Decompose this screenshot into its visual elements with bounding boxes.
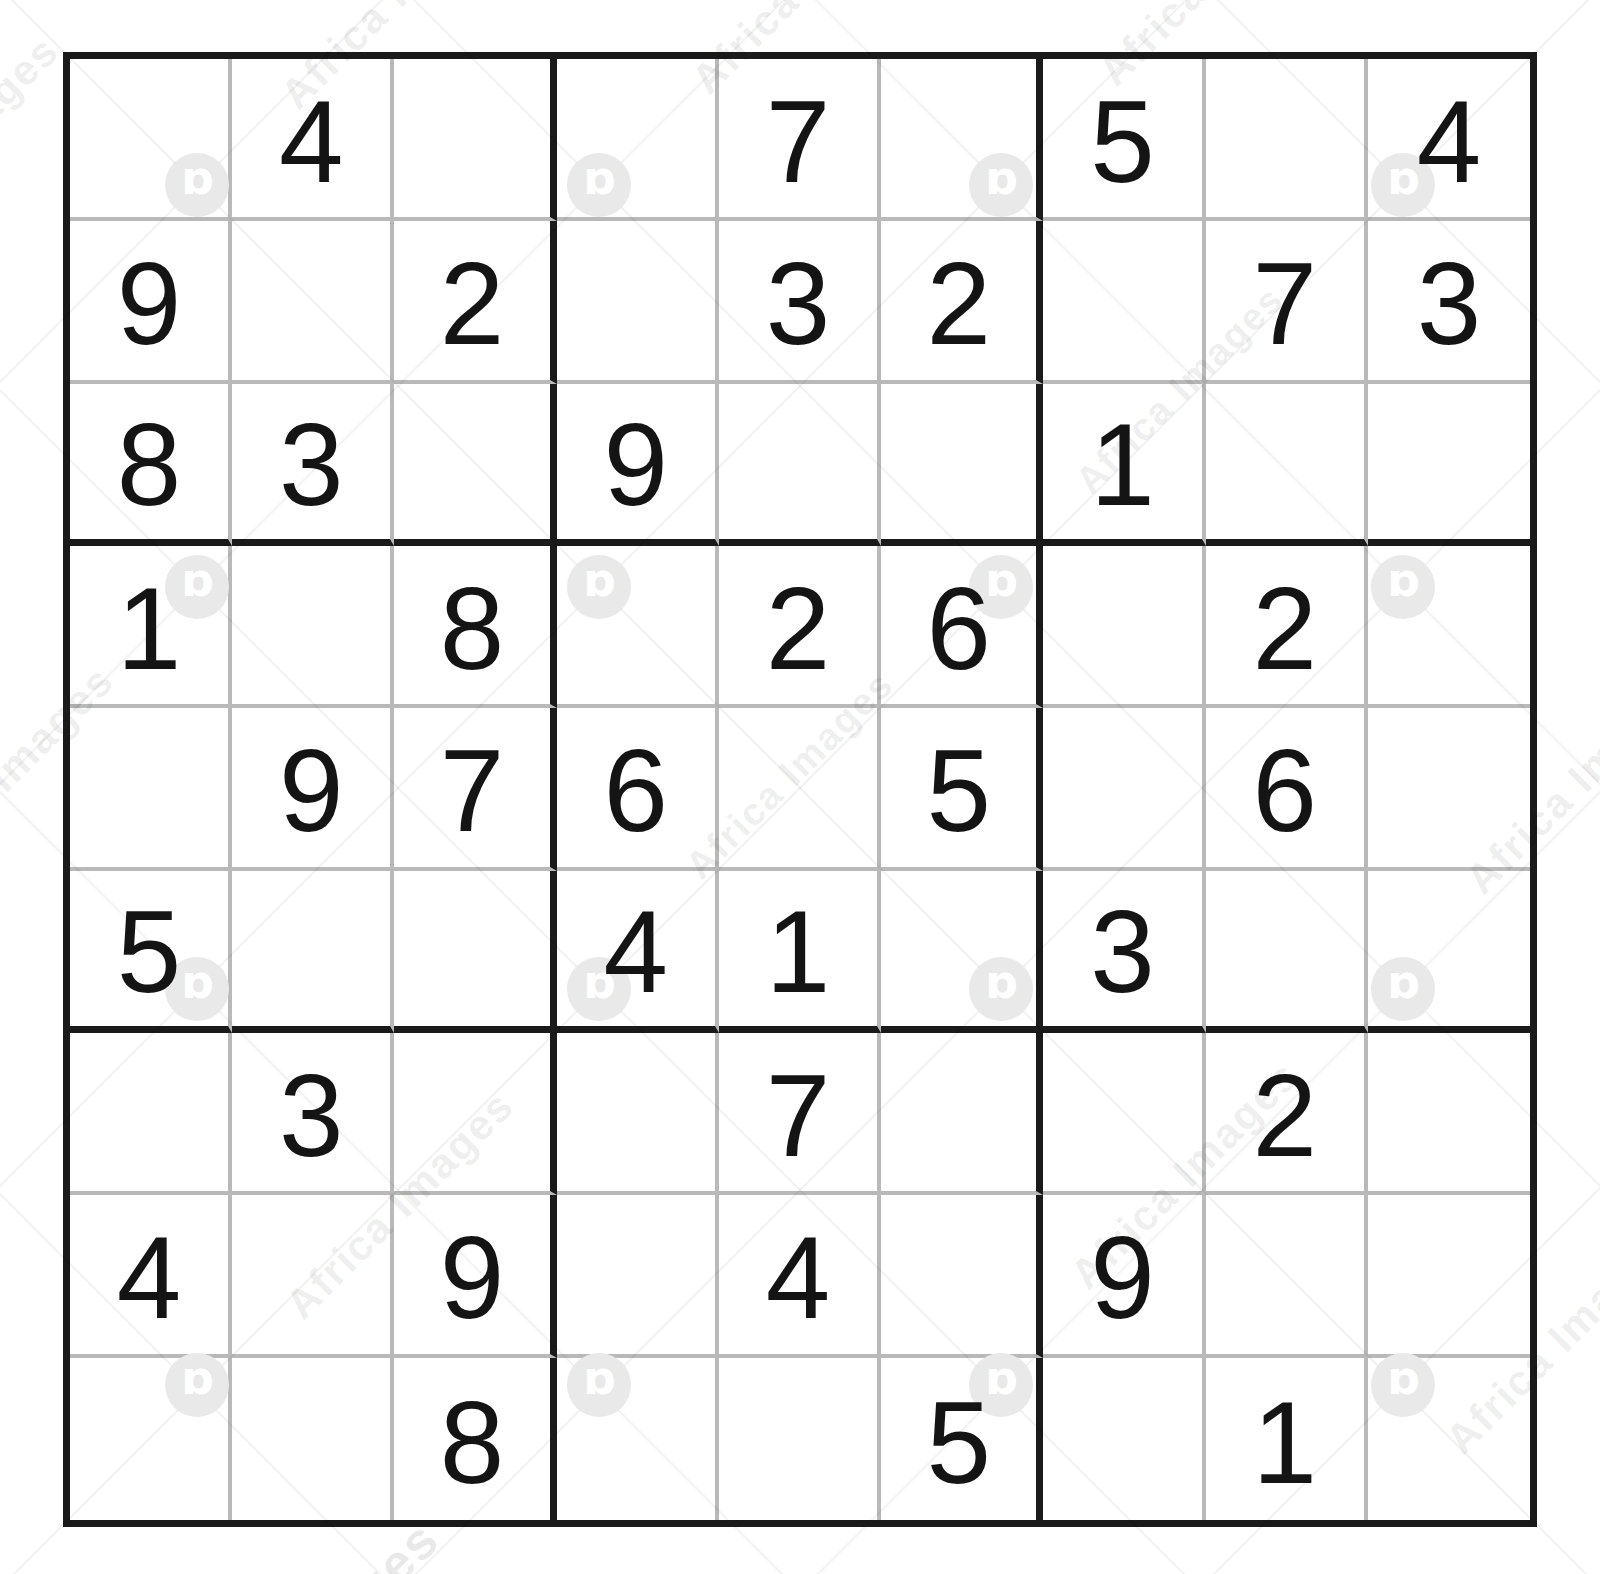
cell-r9c3[interactable]: 8 — [394, 1358, 556, 1520]
cell-r2c6[interactable]: 2 — [881, 221, 1043, 383]
cell-r7c6[interactable] — [881, 1033, 1043, 1195]
cell-r3c1[interactable]: 8 — [70, 384, 232, 546]
cell-r7c7[interactable] — [1043, 1033, 1205, 1195]
cell-r4c7[interactable] — [1043, 546, 1205, 708]
digit: 7 — [766, 76, 831, 200]
cell-r3c5[interactable] — [719, 384, 881, 546]
cell-r8c5[interactable]: 4 — [719, 1195, 881, 1357]
cell-r6c2[interactable] — [232, 871, 394, 1033]
digit: 2 — [1252, 563, 1317, 687]
cell-r2c4[interactable] — [557, 221, 719, 383]
cell-r7c8[interactable]: 2 — [1206, 1033, 1368, 1195]
cell-r7c3[interactable] — [394, 1033, 556, 1195]
cell-r1c5[interactable]: 7 — [719, 59, 881, 221]
digit: 4 — [604, 886, 669, 1010]
cell-r8c3[interactable]: 9 — [394, 1195, 556, 1357]
cell-r5c6[interactable]: 5 — [881, 708, 1043, 870]
cell-r4c8[interactable]: 2 — [1206, 546, 1368, 708]
cell-r6c5[interactable]: 1 — [719, 871, 881, 1033]
cell-r6c9[interactable] — [1368, 871, 1530, 1033]
digit: 5 — [926, 1377, 991, 1501]
digit: 2 — [440, 238, 505, 362]
digit: 8 — [440, 563, 505, 687]
digit: 3 — [1417, 238, 1482, 362]
watermark-brand-text: Africa Images — [0, 26, 69, 273]
cell-r3c8[interactable] — [1206, 384, 1368, 546]
cell-r3c2[interactable]: 3 — [232, 384, 394, 546]
cell-r4c3[interactable]: 8 — [394, 546, 556, 708]
cell-r3c9[interactable] — [1368, 384, 1530, 546]
cell-r4c2[interactable] — [232, 546, 394, 708]
digit: 1 — [1090, 399, 1155, 523]
cell-r2c8[interactable]: 7 — [1206, 221, 1368, 383]
cell-r5c9[interactable] — [1368, 708, 1530, 870]
digit: 9 — [117, 238, 182, 362]
cell-r7c5[interactable]: 7 — [719, 1033, 881, 1195]
cell-r2c2[interactable] — [232, 221, 394, 383]
digit: 6 — [926, 563, 991, 687]
digit: 2 — [1252, 1050, 1317, 1174]
digit: 1 — [117, 563, 182, 687]
cell-r3c6[interactable] — [881, 384, 1043, 546]
digit: 4 — [117, 1212, 182, 1336]
cell-r6c7[interactable]: 3 — [1043, 871, 1205, 1033]
cell-r2c3[interactable]: 2 — [394, 221, 556, 383]
digit: 7 — [766, 1050, 831, 1174]
digit: 3 — [279, 399, 344, 523]
cell-r9c4[interactable] — [557, 1358, 719, 1520]
digit: 2 — [766, 563, 831, 687]
cell-r8c7[interactable]: 9 — [1043, 1195, 1205, 1357]
cell-r7c9[interactable] — [1368, 1033, 1530, 1195]
cell-r2c5[interactable]: 3 — [719, 221, 881, 383]
digit: 3 — [766, 238, 831, 362]
cell-r6c6[interactable] — [881, 871, 1043, 1033]
cell-r4c9[interactable] — [1368, 546, 1530, 708]
cell-r8c4[interactable] — [557, 1195, 719, 1357]
digit: 4 — [766, 1212, 831, 1336]
cell-r1c3[interactable] — [394, 59, 556, 221]
digit: 8 — [117, 399, 182, 523]
cell-r1c7[interactable]: 5 — [1043, 59, 1205, 221]
digit: 5 — [926, 725, 991, 849]
cell-r8c2[interactable] — [232, 1195, 394, 1357]
cell-r9c5[interactable] — [719, 1358, 881, 1520]
cell-r5c1[interactable] — [70, 708, 232, 870]
cell-r9c8[interactable]: 1 — [1206, 1358, 1368, 1520]
cell-r8c1[interactable]: 4 — [70, 1195, 232, 1357]
digit: 7 — [1252, 238, 1317, 362]
digit: 9 — [279, 725, 344, 849]
cell-r4c4[interactable] — [557, 546, 719, 708]
cell-r9c2[interactable] — [232, 1358, 394, 1520]
cell-r1c8[interactable] — [1206, 59, 1368, 221]
cell-r8c6[interactable] — [881, 1195, 1043, 1357]
cell-r7c4[interactable] — [557, 1033, 719, 1195]
cell-r8c9[interactable] — [1368, 1195, 1530, 1357]
digit: 6 — [604, 725, 669, 849]
cell-r9c6[interactable]: 5 — [881, 1358, 1043, 1520]
cell-r1c4[interactable] — [557, 59, 719, 221]
cell-r6c4[interactable]: 4 — [557, 871, 719, 1033]
digit: 1 — [766, 886, 831, 1010]
cell-r5c2[interactable]: 9 — [232, 708, 394, 870]
digit: 7 — [440, 725, 505, 849]
cell-r9c7[interactable] — [1043, 1358, 1205, 1520]
cell-r3c4[interactable]: 9 — [557, 384, 719, 546]
cell-r3c7[interactable]: 1 — [1043, 384, 1205, 546]
cell-r5c5[interactable] — [719, 708, 881, 870]
digit: 9 — [604, 399, 669, 523]
digit: 8 — [440, 1377, 505, 1501]
digit: 9 — [1090, 1212, 1155, 1336]
cell-r6c1[interactable]: 5 — [70, 871, 232, 1033]
cell-r6c3[interactable] — [394, 871, 556, 1033]
cell-r5c7[interactable] — [1043, 708, 1205, 870]
cell-r5c3[interactable]: 7 — [394, 708, 556, 870]
digit: 6 — [1252, 725, 1317, 849]
cell-r8c8[interactable] — [1206, 1195, 1368, 1357]
cell-r4c6[interactable]: 6 — [881, 546, 1043, 708]
cell-r2c1[interactable]: 9 — [70, 221, 232, 383]
cell-r2c7[interactable] — [1043, 221, 1205, 383]
cell-r3c3[interactable] — [394, 384, 556, 546]
cell-r1c6[interactable] — [881, 59, 1043, 221]
cell-r5c4[interactable]: 6 — [557, 708, 719, 870]
digit: 9 — [440, 1212, 505, 1336]
digit: 1 — [1252, 1377, 1317, 1501]
cell-r9c1[interactable] — [70, 1358, 232, 1520]
cell-r1c1[interactable] — [70, 59, 232, 221]
digit: 5 — [117, 886, 182, 1010]
cell-r4c1[interactable]: 1 — [70, 546, 232, 708]
cell-r4c5[interactable]: 2 — [719, 546, 881, 708]
digit: 3 — [279, 1050, 344, 1174]
cell-r6c8[interactable] — [1206, 871, 1368, 1033]
cell-r1c2[interactable]: 4 — [232, 59, 394, 221]
cell-r7c2[interactable]: 3 — [232, 1033, 394, 1195]
cell-r5c8[interactable]: 6 — [1206, 708, 1368, 870]
sudoku-board: 47549232738391182629765654133724949851 — [63, 52, 1537, 1527]
cell-r1c9[interactable]: 4 — [1368, 59, 1530, 221]
cell-r2c9[interactable]: 3 — [1368, 221, 1530, 383]
digit: 4 — [1417, 76, 1482, 200]
cell-r7c1[interactable] — [70, 1033, 232, 1195]
digit: 4 — [279, 76, 344, 200]
digit: 5 — [1090, 76, 1155, 200]
cell-r9c9[interactable] — [1368, 1358, 1530, 1520]
digit: 2 — [926, 238, 991, 362]
digit: 3 — [1090, 886, 1155, 1010]
